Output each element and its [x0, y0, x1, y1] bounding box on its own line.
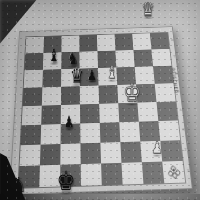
black-queen-c5: ♛	[70, 66, 84, 86]
pieces-layer: ♛♝♞♛♟♝♚♟♟♚♞	[0, 0, 200, 200]
black-pawn-d5: ♟	[87, 68, 97, 82]
white-pawn-g2: ♟	[151, 140, 162, 156]
white-king-f4: ♚	[123, 80, 140, 105]
white-queen-g8: ♛	[141, 0, 154, 19]
white-bishop-e5: ♝	[106, 64, 118, 81]
black-pawn-c3: ♟	[64, 115, 74, 130]
black-bishop-b6: ♝	[48, 47, 60, 64]
chessboard-photo: ◎ FISCHER 87654321 ♛♝♞♛♟♝♚♟♟♚♞	[0, 0, 200, 200]
black-knight-a1: ♞	[12, 175, 27, 196]
black-king-c1: ♚	[57, 167, 76, 194]
